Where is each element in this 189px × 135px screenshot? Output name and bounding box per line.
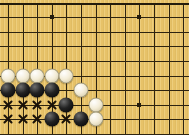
black-stone: [59, 97, 74, 112]
white-stone: [44, 68, 59, 83]
white-stone: [30, 68, 45, 83]
grid-line-horizontal: [0, 61, 189, 62]
black-stone: [44, 112, 59, 127]
black-stone: [1, 83, 16, 98]
grid-line-vertical: [125, 3, 126, 135]
black-stone: [74, 112, 89, 127]
x-mark: [32, 114, 42, 124]
grid-line-horizontal: [0, 32, 189, 33]
white-stone: [59, 68, 74, 83]
black-stone: [30, 83, 45, 98]
grid-line-vertical: [139, 3, 140, 135]
white-stone: [15, 68, 30, 83]
star-point: [137, 103, 141, 107]
white-stone: [88, 112, 103, 127]
x-mark: [18, 114, 28, 124]
grid-line-vertical: [183, 3, 184, 135]
x-mark: [3, 100, 13, 110]
white-stone: [88, 97, 103, 112]
x-mark: [18, 100, 28, 110]
x-mark: [61, 114, 71, 124]
grid-line-horizontal: [0, 17, 189, 18]
grid-line-vertical: [110, 3, 111, 135]
black-stone: [44, 83, 59, 98]
grid-line-horizontal: [0, 3, 189, 5]
go-board[interactable]: [0, 0, 189, 135]
x-mark: [47, 100, 57, 110]
grid-line-horizontal: [0, 46, 189, 47]
x-mark: [32, 100, 42, 110]
grid-line-vertical: [169, 3, 170, 135]
white-stone: [74, 83, 89, 98]
white-stone: [1, 68, 16, 83]
grid-line-horizontal: [0, 134, 189, 135]
grid-line-vertical: [154, 3, 155, 135]
x-mark: [3, 114, 13, 124]
star-point: [50, 15, 54, 19]
star-point: [137, 15, 141, 19]
black-stone: [15, 83, 30, 98]
